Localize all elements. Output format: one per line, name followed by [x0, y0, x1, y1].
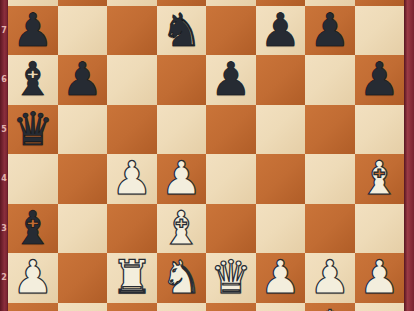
- black-pawn-h6: ♟: [355, 55, 405, 105]
- square-g6: [305, 55, 355, 105]
- white-king-g1: ♚: [305, 303, 355, 311]
- white-pawn-g2: ♟: [305, 253, 355, 303]
- square-e7: [206, 6, 256, 56]
- square-g3: [305, 204, 355, 254]
- white-pawn-h2: ♟: [355, 253, 405, 303]
- square-g2: ♟: [305, 253, 355, 303]
- square-f2: ♟: [256, 253, 306, 303]
- black-knight-d7: ♞: [157, 6, 207, 56]
- square-e6: ♟: [206, 55, 256, 105]
- square-a4: [8, 154, 58, 204]
- square-h3: [355, 204, 405, 254]
- square-b2: [58, 253, 108, 303]
- square-g1: ♚: [305, 303, 355, 311]
- square-b7: [58, 6, 108, 56]
- square-c3: [107, 204, 157, 254]
- square-b5: [58, 105, 108, 155]
- square-f6: [256, 55, 306, 105]
- square-c1: [107, 303, 157, 311]
- square-h6: ♟: [355, 55, 405, 105]
- square-a2: ♟: [8, 253, 58, 303]
- black-bishop-a6: ♝: [8, 55, 58, 105]
- square-f3: [256, 204, 306, 254]
- rank-label-4: 4: [0, 174, 8, 184]
- white-queen-e2: ♛: [206, 253, 256, 303]
- square-d6: [157, 55, 207, 105]
- square-h7: [355, 6, 405, 56]
- square-d5: [157, 105, 207, 155]
- square-a3: ♝: [8, 204, 58, 254]
- square-g5: [305, 105, 355, 155]
- square-d4: ♟: [157, 154, 207, 204]
- square-c2: ♜: [107, 253, 157, 303]
- square-b1: [58, 303, 108, 311]
- black-queen-a5: ♛: [8, 105, 58, 155]
- square-a7: ♟: [8, 6, 58, 56]
- chessboard-diagram: ♜♜♚♟♞♟♟♝♟♟♟♛♟♟♝♝♝♟♜♞♛♟♟♟♚ 765432: [0, 0, 414, 311]
- black-pawn-e6: ♟: [206, 55, 256, 105]
- black-pawn-g7: ♟: [305, 6, 355, 56]
- square-b6: ♟: [58, 55, 108, 105]
- square-g4: [305, 154, 355, 204]
- black-pawn-a7: ♟: [8, 6, 58, 56]
- white-knight-d2: ♞: [157, 253, 207, 303]
- white-rook-c2: ♜: [107, 253, 157, 303]
- square-c4: ♟: [107, 154, 157, 204]
- rank-label-5: 5: [0, 125, 8, 135]
- white-bishop-d3: ♝: [157, 204, 207, 254]
- black-pawn-b6: ♟: [58, 55, 108, 105]
- white-pawn-f2: ♟: [256, 253, 306, 303]
- square-f1: [256, 303, 306, 311]
- white-pawn-a2: ♟: [8, 253, 58, 303]
- square-e1: [206, 303, 256, 311]
- black-bishop-a3: ♝: [8, 204, 58, 254]
- square-h1: [355, 303, 405, 311]
- square-e3: [206, 204, 256, 254]
- square-h5: [355, 105, 405, 155]
- black-pawn-f7: ♟: [256, 6, 306, 56]
- white-bishop-h4: ♝: [355, 154, 405, 204]
- square-f4: [256, 154, 306, 204]
- square-b4: [58, 154, 108, 204]
- white-pawn-c4: ♟: [107, 154, 157, 204]
- square-c6: [107, 55, 157, 105]
- square-a1: [8, 303, 58, 311]
- board-left-border: 765432: [0, 0, 8, 311]
- square-d2: ♞: [157, 253, 207, 303]
- square-e5: [206, 105, 256, 155]
- board-right-border: [404, 0, 414, 311]
- square-a6: ♝: [8, 55, 58, 105]
- square-h4: ♝: [355, 154, 405, 204]
- rank-label-7: 7: [0, 26, 8, 36]
- white-pawn-d4: ♟: [157, 154, 207, 204]
- square-a5: ♛: [8, 105, 58, 155]
- square-c5: [107, 105, 157, 155]
- square-e2: ♛: [206, 253, 256, 303]
- square-f5: [256, 105, 306, 155]
- square-b3: [58, 204, 108, 254]
- rank-label-3: 3: [0, 224, 8, 234]
- square-f7: ♟: [256, 6, 306, 56]
- square-d1: [157, 303, 207, 311]
- board: ♜♜♚♟♞♟♟♝♟♟♟♛♟♟♝♝♝♟♜♞♛♟♟♟♚: [8, 0, 404, 311]
- square-d3: ♝: [157, 204, 207, 254]
- rank-label-6: 6: [0, 75, 8, 85]
- square-d7: ♞: [157, 6, 207, 56]
- square-h2: ♟: [355, 253, 405, 303]
- square-c7: [107, 6, 157, 56]
- square-g7: ♟: [305, 6, 355, 56]
- rank-label-2: 2: [0, 273, 8, 283]
- square-e4: [206, 154, 256, 204]
